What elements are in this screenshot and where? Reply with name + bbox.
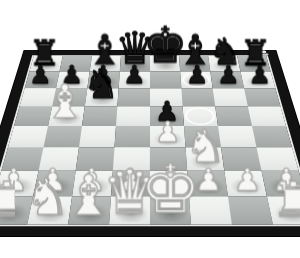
square-g7[interactable]: ♟ [210, 72, 244, 89]
square-g1[interactable] [228, 196, 273, 224]
square-h7[interactable]: ♟ [240, 72, 275, 89]
square-b4[interactable] [43, 126, 82, 147]
black-pawn-f7[interactable]: ♟ [186, 62, 208, 87]
board-frame: ♜♝♛♚♝♞♜♟♟♟♟♟♟♟♞♝♟♟♞♟♟♟♟♟♟♟♜♞♝♛♚♜ [0, 50, 300, 237]
white-king-e1[interactable]: ♚ [140, 155, 200, 222]
black-pawn-g7[interactable]: ♟ [217, 62, 239, 87]
chess-board-photo: ♜♝♛♚♝♞♜♟♟♟♟♟♟♟♞♝♟♟♞♟♟♟♟♟♟♟♜♞♝♛♚♜ [0, 0, 300, 258]
square-d7[interactable]: ♟ [119, 72, 150, 89]
white-bishop-b5[interactable]: ♝ [44, 79, 85, 125]
white-rook-h1[interactable]: ♜ [272, 175, 300, 223]
board-surface: ♜♝♛♚♝♞♜♟♟♟♟♟♟♟♞♝♟♟♞♟♟♟♟♟♟♟♜♞♝♛♚♜ [0, 56, 300, 225]
white-pawn-g2[interactable]: ♟ [233, 164, 261, 195]
square-c4[interactable] [79, 126, 116, 147]
square-a4[interactable] [8, 126, 48, 147]
black-pawn-d7[interactable]: ♟ [123, 62, 145, 87]
square-c6[interactable]: ♞ [85, 88, 119, 106]
square-e4[interactable]: ♟ [150, 126, 186, 147]
square-e1[interactable]: ♚ [150, 196, 191, 224]
black-knight-c6[interactable]: ♞ [83, 65, 119, 105]
square-b5[interactable]: ♝ [48, 106, 85, 126]
square-h5[interactable] [248, 106, 286, 126]
chess-board: ♜♝♛♚♝♞♜♟♟♟♟♟♟♟♞♝♟♟♞♟♟♟♟♟♟♟♜♞♝♛♚♜ [0, 50, 300, 237]
black-pawn-h7[interactable]: ♟ [249, 62, 271, 87]
square-g2[interactable]: ♟ [224, 171, 267, 197]
square-h4[interactable] [252, 126, 292, 147]
square-d5[interactable] [116, 106, 150, 126]
square-g6[interactable] [213, 88, 248, 106]
white-pawn-e4[interactable]: ♟ [155, 118, 180, 146]
square-e8[interactable]: ♚ [150, 56, 180, 72]
square-f6[interactable] [181, 88, 215, 106]
square-c5[interactable] [82, 106, 117, 126]
square-e7[interactable] [150, 72, 181, 89]
square-d6[interactable] [117, 88, 150, 106]
square-h1[interactable]: ♜ [267, 196, 300, 224]
square-d4[interactable] [114, 126, 150, 147]
square-h6[interactable] [244, 88, 280, 106]
square-f7[interactable]: ♟ [180, 72, 213, 89]
